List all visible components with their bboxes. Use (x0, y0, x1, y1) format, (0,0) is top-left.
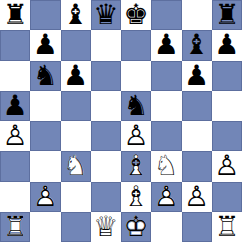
white-knight-outline: ♘ (61, 151, 91, 181)
piece-white-pawn[interactable]: ♟♙ (0, 121, 30, 151)
square-b6[interactable]: ♞ (30, 61, 60, 91)
square-c1[interactable] (61, 212, 91, 242)
piece-black-pawn[interactable]: ♟ (30, 30, 60, 60)
white-pawn-outline: ♙ (151, 182, 181, 212)
black-bishop-glyph: ♝ (182, 30, 212, 60)
square-h8[interactable]: ♜ (212, 0, 242, 30)
black-rook-glyph: ♜ (212, 0, 242, 30)
square-c3[interactable]: ♞♘ (61, 151, 91, 181)
square-g4[interactable] (182, 121, 212, 151)
white-knight-outline: ♘ (151, 151, 181, 181)
white-pawn-outline: ♙ (30, 182, 60, 212)
square-g1[interactable] (182, 212, 212, 242)
square-d7[interactable] (91, 30, 121, 60)
piece-black-knight[interactable]: ♞ (121, 91, 151, 121)
black-rook-glyph: ♜ (0, 0, 30, 30)
piece-white-king[interactable]: ♚♔ (121, 212, 151, 242)
square-h1[interactable]: ♜♖ (212, 212, 242, 242)
square-h3[interactable]: ♟♙ (212, 151, 242, 181)
black-pawn-glyph: ♟ (182, 61, 212, 91)
black-knight-glyph: ♞ (121, 91, 151, 121)
square-g2[interactable]: ♟♙ (182, 182, 212, 212)
white-pawn-outline: ♙ (0, 121, 30, 151)
square-b5[interactable] (30, 91, 60, 121)
white-pawn-outline: ♙ (121, 121, 151, 151)
square-f2[interactable]: ♟♙ (151, 182, 181, 212)
black-pawn-glyph: ♟ (61, 61, 91, 91)
square-h5[interactable] (212, 91, 242, 121)
square-d6[interactable] (91, 61, 121, 91)
square-f8[interactable] (151, 0, 181, 30)
square-a2[interactable] (0, 182, 30, 212)
square-e5[interactable]: ♞ (121, 91, 151, 121)
piece-white-knight[interactable]: ♞♘ (151, 151, 181, 181)
square-b8[interactable] (30, 0, 60, 30)
piece-black-king[interactable]: ♚ (121, 0, 151, 30)
black-pawn-glyph: ♟ (151, 30, 181, 60)
square-h6[interactable] (212, 61, 242, 91)
piece-black-pawn[interactable]: ♟ (212, 30, 242, 60)
square-f7[interactable]: ♟ (151, 30, 181, 60)
piece-white-queen[interactable]: ♛♕ (91, 212, 121, 242)
square-d3[interactable] (91, 151, 121, 181)
square-e6[interactable] (121, 61, 151, 91)
piece-black-rook[interactable]: ♜ (212, 0, 242, 30)
black-knight-glyph: ♞ (30, 61, 60, 91)
square-b4[interactable] (30, 121, 60, 151)
black-pawn-glyph: ♟ (0, 91, 30, 121)
piece-black-pawn[interactable]: ♟ (182, 61, 212, 91)
square-a6[interactable] (0, 61, 30, 91)
square-a5[interactable]: ♟ (0, 91, 30, 121)
square-d8[interactable]: ♛ (91, 0, 121, 30)
square-h4[interactable] (212, 121, 242, 151)
square-a1[interactable]: ♜♖ (0, 212, 30, 242)
square-e2[interactable]: ♝♗ (121, 182, 151, 212)
black-king-glyph: ♚ (121, 0, 151, 30)
piece-white-pawn[interactable]: ♟♙ (151, 182, 181, 212)
square-b3[interactable] (30, 151, 60, 181)
piece-black-pawn[interactable]: ♟ (0, 91, 30, 121)
black-queen-glyph: ♛ (91, 0, 121, 30)
white-bishop-outline: ♗ (121, 151, 151, 181)
white-pawn-outline: ♙ (182, 182, 212, 212)
square-c8[interactable]: ♝ (61, 0, 91, 30)
square-g5[interactable] (182, 91, 212, 121)
square-d1[interactable]: ♛♕ (91, 212, 121, 242)
black-bishop-glyph: ♝ (61, 0, 91, 30)
square-d5[interactable] (91, 91, 121, 121)
piece-black-queen[interactable]: ♛ (91, 0, 121, 30)
piece-white-pawn[interactable]: ♟♙ (182, 182, 212, 212)
piece-white-bishop[interactable]: ♝♗ (121, 182, 151, 212)
white-rook-outline: ♖ (0, 212, 30, 242)
square-e8[interactable]: ♚ (121, 0, 151, 30)
piece-white-pawn[interactable]: ♟♙ (212, 151, 242, 181)
piece-white-pawn[interactable]: ♟♙ (121, 121, 151, 151)
square-f5[interactable] (151, 91, 181, 121)
white-queen-outline: ♕ (91, 212, 121, 242)
white-bishop-outline: ♗ (121, 182, 151, 212)
piece-white-rook[interactable]: ♜♖ (212, 212, 242, 242)
chess-board: ♜♝♛♚♜♟♟♝♟♞♟♟♟♞♟♙♟♙♞♘♝♗♞♘♟♙♟♙♝♗♟♙♟♙♜♖♛♕♚♔… (0, 0, 242, 242)
piece-white-bishop[interactable]: ♝♗ (121, 151, 151, 181)
square-e7[interactable] (121, 30, 151, 60)
white-rook-outline: ♖ (212, 212, 242, 242)
square-d4[interactable] (91, 121, 121, 151)
square-c7[interactable] (61, 30, 91, 60)
square-g8[interactable] (182, 0, 212, 30)
square-f3[interactable]: ♞♘ (151, 151, 181, 181)
piece-black-rook[interactable]: ♜ (0, 0, 30, 30)
black-pawn-glyph: ♟ (30, 30, 60, 60)
square-a8[interactable]: ♜ (0, 0, 30, 30)
square-b2[interactable]: ♟♙ (30, 182, 60, 212)
piece-black-pawn[interactable]: ♟ (61, 61, 91, 91)
white-pawn-outline: ♙ (212, 151, 242, 181)
piece-white-knight[interactable]: ♞♘ (61, 151, 91, 181)
square-h2[interactable] (212, 182, 242, 212)
square-e3[interactable]: ♝♗ (121, 151, 151, 181)
square-a3[interactable] (0, 151, 30, 181)
white-king-outline: ♔ (121, 212, 151, 242)
square-e1[interactable]: ♚♔ (121, 212, 151, 242)
black-pawn-glyph: ♟ (212, 30, 242, 60)
square-c5[interactable] (61, 91, 91, 121)
square-f6[interactable] (151, 61, 181, 91)
square-h7[interactable]: ♟ (212, 30, 242, 60)
piece-white-rook[interactable]: ♜♖ (0, 212, 30, 242)
square-f4[interactable] (151, 121, 181, 151)
piece-black-bishop[interactable]: ♝ (182, 30, 212, 60)
square-c2[interactable] (61, 182, 91, 212)
square-a7[interactable] (0, 30, 30, 60)
square-g3[interactable] (182, 151, 212, 181)
square-e4[interactable]: ♟♙ (121, 121, 151, 151)
piece-white-pawn[interactable]: ♟♙ (30, 182, 60, 212)
square-d2[interactable] (91, 182, 121, 212)
square-b1[interactable] (30, 212, 60, 242)
square-g6[interactable]: ♟ (182, 61, 212, 91)
square-f1[interactable] (151, 212, 181, 242)
square-a4[interactable]: ♟♙ (0, 121, 30, 151)
square-g7[interactable]: ♝ (182, 30, 212, 60)
square-c6[interactable]: ♟ (61, 61, 91, 91)
square-b7[interactable]: ♟ (30, 30, 60, 60)
square-c4[interactable] (61, 121, 91, 151)
piece-black-pawn[interactable]: ♟ (151, 30, 181, 60)
piece-black-bishop[interactable]: ♝ (61, 0, 91, 30)
piece-black-knight[interactable]: ♞ (30, 61, 60, 91)
